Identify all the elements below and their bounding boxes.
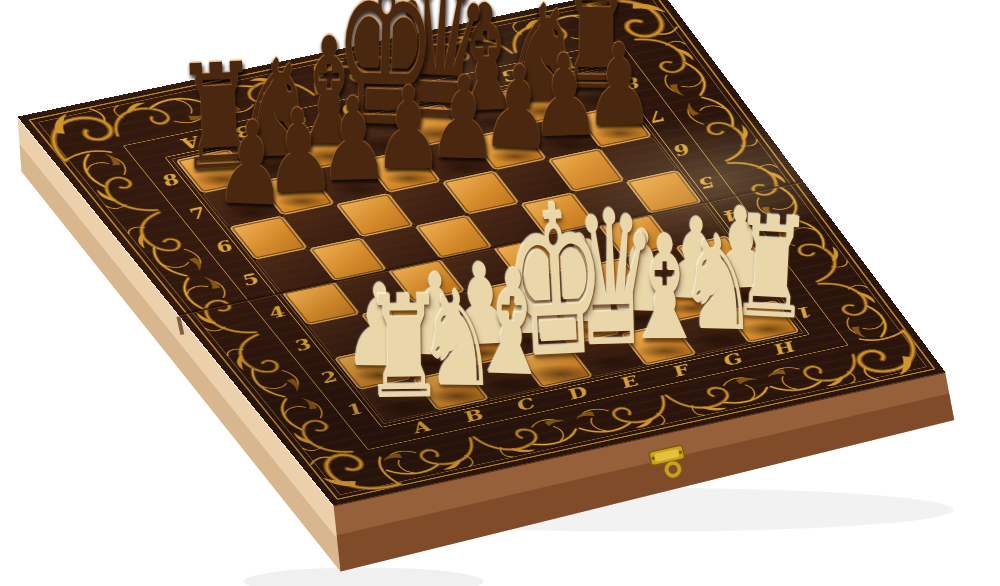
piece-light-rook-a1: ♜ (362, 276, 445, 418)
piece-dark-pawn-a7: ♟ (213, 105, 288, 222)
pieces-layer: ♜♞♝♚♛♝♞♜♟♟♟♟♟♟♟♟♟♟♟♟♟♟♟♟♜♞♝♚♛♝♞♜ (0, 0, 1000, 586)
chess-set-photo: AA88BB77CC66DD55EE44FF33GG22HH11 ♜♞♝♚♛♝♞… (0, 0, 1000, 586)
